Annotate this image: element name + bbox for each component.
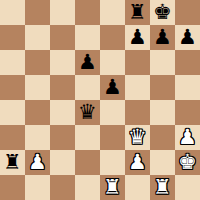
piece-black-pawn-f7[interactable]: ♟: [125, 25, 150, 50]
square-c5[interactable]: [50, 75, 75, 100]
piece-black-pawn-e5[interactable]: ♟: [100, 75, 125, 100]
square-c6[interactable]: [50, 50, 75, 75]
square-h8[interactable]: [175, 0, 200, 25]
chess-board: ♜♚♟♟♟♟♟♛♛♟♜♟♟♚♜♜: [0, 0, 200, 200]
piece-black-queen-d4[interactable]: ♛: [75, 100, 100, 125]
square-b7[interactable]: [25, 25, 50, 50]
square-d2[interactable]: [75, 150, 100, 175]
square-f8[interactable]: ♜: [125, 0, 150, 25]
square-h7[interactable]: ♟: [175, 25, 200, 50]
piece-black-pawn-g7[interactable]: ♟: [150, 25, 175, 50]
square-d1[interactable]: [75, 175, 100, 200]
square-c4[interactable]: [50, 100, 75, 125]
piece-white-pawn-f2[interactable]: ♟: [125, 150, 150, 175]
square-e7[interactable]: [100, 25, 125, 50]
square-g3[interactable]: [150, 125, 175, 150]
square-e5[interactable]: ♟: [100, 75, 125, 100]
piece-white-rook-e1[interactable]: ♜: [100, 175, 125, 200]
square-g8[interactable]: ♚: [150, 0, 175, 25]
square-c7[interactable]: [50, 25, 75, 50]
square-h4[interactable]: [175, 100, 200, 125]
square-g6[interactable]: [150, 50, 175, 75]
square-g7[interactable]: ♟: [150, 25, 175, 50]
piece-black-king-g8[interactable]: ♚: [150, 0, 175, 25]
square-b8[interactable]: [25, 0, 50, 25]
square-a1[interactable]: [0, 175, 25, 200]
square-c8[interactable]: [50, 0, 75, 25]
square-f5[interactable]: [125, 75, 150, 100]
square-c3[interactable]: [50, 125, 75, 150]
square-b4[interactable]: [25, 100, 50, 125]
square-g2[interactable]: [150, 150, 175, 175]
square-e8[interactable]: [100, 0, 125, 25]
square-a6[interactable]: [0, 50, 25, 75]
square-a8[interactable]: [0, 0, 25, 25]
square-b2[interactable]: ♟: [25, 150, 50, 175]
piece-white-pawn-h3[interactable]: ♟: [175, 125, 200, 150]
square-h6[interactable]: [175, 50, 200, 75]
square-g1[interactable]: ♜: [150, 175, 175, 200]
square-b5[interactable]: [25, 75, 50, 100]
square-b1[interactable]: [25, 175, 50, 200]
square-a7[interactable]: [0, 25, 25, 50]
square-e6[interactable]: [100, 50, 125, 75]
square-b6[interactable]: [25, 50, 50, 75]
square-d7[interactable]: [75, 25, 100, 50]
square-h3[interactable]: ♟: [175, 125, 200, 150]
square-e4[interactable]: [100, 100, 125, 125]
square-g5[interactable]: [150, 75, 175, 100]
piece-white-pawn-b2[interactable]: ♟: [25, 150, 50, 175]
piece-black-pawn-h7[interactable]: ♟: [175, 25, 200, 50]
square-f1[interactable]: [125, 175, 150, 200]
square-f7[interactable]: ♟: [125, 25, 150, 50]
piece-black-rook-f8[interactable]: ♜: [125, 0, 150, 25]
square-f3[interactable]: ♛: [125, 125, 150, 150]
square-d6[interactable]: ♟: [75, 50, 100, 75]
square-d3[interactable]: [75, 125, 100, 150]
piece-black-pawn-d6[interactable]: ♟: [75, 50, 100, 75]
square-a2[interactable]: ♜: [0, 150, 25, 175]
square-a4[interactable]: [0, 100, 25, 125]
square-h5[interactable]: [175, 75, 200, 100]
square-d8[interactable]: [75, 0, 100, 25]
square-f6[interactable]: [125, 50, 150, 75]
square-e3[interactable]: [100, 125, 125, 150]
square-f4[interactable]: [125, 100, 150, 125]
square-d4[interactable]: ♛: [75, 100, 100, 125]
piece-black-rook-a2[interactable]: ♜: [0, 150, 25, 175]
square-e1[interactable]: ♜: [100, 175, 125, 200]
piece-white-queen-f3[interactable]: ♛: [125, 125, 150, 150]
square-h2[interactable]: ♚: [175, 150, 200, 175]
square-h1[interactable]: [175, 175, 200, 200]
square-c1[interactable]: [50, 175, 75, 200]
square-c2[interactable]: [50, 150, 75, 175]
square-g4[interactable]: [150, 100, 175, 125]
piece-white-king-h2[interactable]: ♚: [175, 150, 200, 175]
square-a3[interactable]: [0, 125, 25, 150]
square-f2[interactable]: ♟: [125, 150, 150, 175]
square-b3[interactable]: [25, 125, 50, 150]
square-e2[interactable]: [100, 150, 125, 175]
piece-white-rook-g1[interactable]: ♜: [150, 175, 175, 200]
square-d5[interactable]: [75, 75, 100, 100]
square-a5[interactable]: [0, 75, 25, 100]
